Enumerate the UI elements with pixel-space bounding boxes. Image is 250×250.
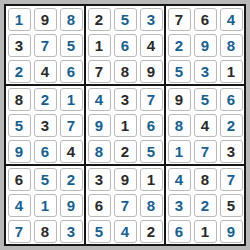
cell-value: 9 (140, 60, 163, 83)
cell-value: 3 (194, 60, 217, 83)
cell-value: 7 (140, 88, 163, 111)
cell-value: 7 (114, 194, 137, 217)
cell-value: 5 (88, 220, 111, 243)
cell-value: 7 (88, 60, 111, 83)
cell-value: 5 (194, 88, 217, 111)
cell-r3c8[interactable]: 3 (192, 58, 218, 84)
cell-value: 1 (168, 140, 191, 163)
cell-r3c9: 1 (218, 58, 244, 84)
cell-value: 4 (194, 114, 217, 137)
cell-r9c1[interactable]: 7 (6, 218, 32, 244)
cell-r1c2: 9 (32, 6, 58, 32)
cell-value: 4 (8, 194, 31, 217)
cell-r3c2: 4 (32, 58, 58, 84)
cell-value: 7 (220, 168, 243, 191)
cell-r7c8: 8 (192, 164, 218, 192)
cell-value: 4 (88, 88, 111, 111)
cell-r2c5[interactable]: 6 (112, 32, 138, 58)
cell-r5c3[interactable]: 7 (58, 112, 84, 138)
cell-value: 4 (114, 220, 137, 243)
cell-r3c7[interactable]: 5 (164, 58, 192, 84)
cell-r5c5: 1 (112, 112, 138, 138)
cell-value: 8 (114, 60, 137, 83)
cell-value: 1 (88, 34, 111, 57)
cell-value: 9 (88, 114, 111, 137)
cell-value: 9 (34, 8, 57, 31)
cell-r1c8: 6 (192, 6, 218, 32)
cell-r2c1: 3 (6, 32, 32, 58)
cell-value: 8 (60, 8, 83, 31)
cell-r4c3[interactable]: 1 (58, 84, 84, 112)
cell-r5c7[interactable]: 8 (164, 112, 192, 138)
cell-value: 1 (220, 60, 243, 83)
cell-value: 2 (168, 34, 191, 57)
cell-value: 4 (140, 34, 163, 57)
cell-value: 2 (88, 8, 111, 31)
cell-r6c1[interactable]: 9 (6, 138, 32, 164)
cell-value: 8 (220, 34, 243, 57)
cell-value: 3 (8, 34, 31, 57)
cell-value: 2 (114, 140, 137, 163)
cell-r6c6[interactable]: 5 (138, 138, 164, 164)
cell-r4c6[interactable]: 7 (138, 84, 164, 112)
cell-value: 6 (34, 140, 57, 163)
cell-value: 2 (140, 220, 163, 243)
cell-value: 6 (88, 194, 111, 217)
cell-r6c5: 2 (112, 138, 138, 164)
cell-value: 3 (140, 8, 163, 31)
cell-value: 2 (220, 114, 243, 137)
cell-value: 8 (140, 194, 163, 217)
cell-value: 2 (60, 168, 83, 191)
cell-value: 5 (168, 60, 191, 83)
cell-r4c4[interactable]: 4 (84, 84, 112, 112)
cell-value: 6 (220, 88, 243, 111)
cell-value: 4 (168, 168, 191, 191)
cell-value: 8 (168, 114, 191, 137)
cell-value: 3 (220, 140, 243, 163)
cell-value: 9 (168, 88, 191, 111)
cell-value: 7 (60, 114, 83, 137)
cell-r3c3[interactable]: 6 (58, 58, 84, 84)
cell-r5c1[interactable]: 5 (6, 112, 32, 138)
cell-r2c8[interactable]: 9 (192, 32, 218, 58)
cell-r9c8: 1 (192, 218, 218, 244)
cell-r7c3[interactable]: 2 (58, 164, 84, 192)
cell-value: 3 (60, 220, 83, 243)
cell-r5c9[interactable]: 2 (218, 112, 244, 138)
cell-r8c2[interactable]: 1 (32, 192, 58, 218)
cell-value: 5 (140, 140, 163, 163)
cell-r3c5: 8 (112, 58, 138, 84)
cell-r8c9: 5 (218, 192, 244, 218)
cell-r6c4[interactable]: 8 (84, 138, 112, 164)
cell-value: 3 (34, 114, 57, 137)
cell-r2c2[interactable]: 7 (32, 32, 58, 58)
cell-value: 5 (60, 34, 83, 57)
cell-r8c5[interactable]: 7 (112, 192, 138, 218)
cell-value: 1 (34, 194, 57, 217)
cell-value: 8 (88, 140, 111, 163)
cell-value: 9 (220, 220, 243, 243)
cell-r6c9: 3 (218, 138, 244, 164)
cell-value: 3 (168, 194, 191, 217)
cell-r8c4: 6 (84, 192, 112, 218)
cell-r9c5[interactable]: 4 (112, 218, 138, 244)
cell-value: 9 (8, 140, 31, 163)
cell-r4c9[interactable]: 6 (218, 84, 244, 112)
cell-value: 2 (8, 60, 31, 83)
cell-r3c6: 9 (138, 58, 164, 84)
cell-r1c5[interactable]: 5 (112, 6, 138, 32)
cell-r6c3: 4 (58, 138, 84, 164)
cell-r6c2[interactable]: 6 (32, 138, 58, 164)
cell-r5c6[interactable]: 6 (138, 112, 164, 138)
cell-r4c5: 3 (112, 84, 138, 112)
cell-value: 5 (114, 8, 137, 31)
cell-r6c8[interactable]: 7 (192, 138, 218, 164)
cell-value: 7 (34, 34, 57, 57)
cell-value: 1 (194, 220, 217, 243)
cell-r9c9[interactable]: 9 (218, 218, 244, 244)
cell-value: 9 (194, 34, 217, 57)
cell-r7c2[interactable]: 5 (32, 164, 58, 192)
cell-value: 8 (34, 220, 57, 243)
cell-r8c3[interactable]: 9 (58, 192, 84, 218)
cell-value: 6 (60, 60, 83, 83)
cell-r4c1: 8 (6, 84, 32, 112)
cell-value: 4 (60, 140, 83, 163)
cell-r2c9[interactable]: 8 (218, 32, 244, 58)
cell-value: 1 (114, 114, 137, 137)
cell-r7c1: 6 (6, 164, 32, 192)
cell-value: 5 (8, 114, 31, 137)
cell-value: 3 (114, 88, 137, 111)
cell-value: 5 (220, 194, 243, 217)
cell-r7c9[interactable]: 7 (218, 164, 244, 192)
cell-r8c1[interactable]: 4 (6, 192, 32, 218)
cell-r7c6: 1 (138, 164, 164, 192)
cell-r6c7[interactable]: 1 (164, 138, 192, 164)
cell-value: 8 (194, 168, 217, 191)
cell-r5c4[interactable]: 9 (84, 112, 112, 138)
cell-r9c3[interactable]: 3 (58, 218, 84, 244)
cell-value: 6 (168, 220, 191, 243)
cell-value: 6 (114, 34, 137, 57)
cell-r2c7[interactable]: 2 (164, 32, 192, 58)
cell-value: 6 (194, 8, 217, 31)
cell-value: 6 (140, 114, 163, 137)
cell-value: 2 (194, 194, 217, 217)
cell-r1c3[interactable]: 8 (58, 6, 84, 32)
cell-r7c5: 9 (112, 164, 138, 192)
cell-value: 5 (34, 168, 57, 191)
cell-value: 1 (140, 168, 163, 191)
cell-value: 7 (194, 140, 217, 163)
cell-r7c4: 3 (84, 164, 112, 192)
cell-r7c7[interactable]: 4 (164, 164, 192, 192)
cell-r5c8: 4 (192, 112, 218, 138)
cell-value: 1 (8, 8, 31, 31)
cell-r9c4[interactable]: 5 (84, 218, 112, 244)
cell-r9c6: 2 (138, 218, 164, 244)
cell-r1c6[interactable]: 3 (138, 6, 164, 32)
cell-value: 3 (88, 168, 111, 191)
cell-r8c7[interactable]: 3 (164, 192, 192, 218)
cell-r2c4: 1 (84, 32, 112, 58)
cell-r1c9[interactable]: 4 (218, 6, 244, 32)
cell-value: 7 (168, 8, 191, 31)
cell-r3c4: 7 (84, 58, 112, 84)
cell-value: 2 (34, 88, 57, 111)
cell-r1c1[interactable]: 1 (6, 6, 32, 32)
cell-value: 4 (34, 60, 57, 83)
cell-r2c6: 4 (138, 32, 164, 58)
cell-r4c8[interactable]: 5 (192, 84, 218, 112)
cell-r3c1[interactable]: 2 (6, 58, 32, 84)
cell-r2c3[interactable]: 5 (58, 32, 84, 58)
cell-value: 4 (220, 8, 243, 31)
cell-r1c7: 7 (164, 6, 192, 32)
cell-r4c7: 9 (164, 84, 192, 112)
cell-value: 9 (60, 194, 83, 217)
cell-r9c7[interactable]: 6 (164, 218, 192, 244)
cell-r8c6[interactable]: 8 (138, 192, 164, 218)
cell-r5c2: 3 (32, 112, 58, 138)
sudoku-board: 1982537643751642982467895318214379565379… (4, 4, 246, 246)
cell-value: 9 (114, 168, 137, 191)
cell-value: 8 (8, 88, 31, 111)
cell-r9c2: 8 (32, 218, 58, 244)
cell-value: 1 (60, 88, 83, 111)
cell-r4c2[interactable]: 2 (32, 84, 58, 112)
cell-r8c8[interactable]: 2 (192, 192, 218, 218)
cell-value: 7 (8, 220, 31, 243)
cell-value: 6 (8, 168, 31, 191)
cell-r1c4: 2 (84, 6, 112, 32)
